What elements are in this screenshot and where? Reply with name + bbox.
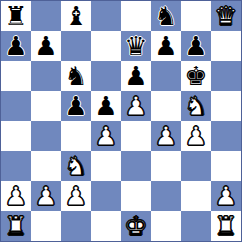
piece-white-pawn[interactable]: ♟: [124, 91, 147, 121]
piece-black-bishop[interactable]: ♝: [64, 1, 87, 31]
square-a1[interactable]: ♜: [1, 211, 31, 241]
square-g2[interactable]: [181, 181, 211, 211]
square-c4[interactable]: [61, 121, 91, 151]
square-g1[interactable]: [181, 211, 211, 241]
square-e1[interactable]: ♚: [121, 211, 151, 241]
piece-white-pawn[interactable]: ♟: [64, 181, 87, 211]
square-f4[interactable]: ♟: [151, 121, 181, 151]
square-b3[interactable]: [31, 151, 61, 181]
square-b8[interactable]: [31, 1, 61, 31]
square-d7[interactable]: [91, 31, 121, 61]
square-b2[interactable]: ♟: [31, 181, 61, 211]
piece-white-rook[interactable]: ♜: [214, 211, 237, 241]
square-a4[interactable]: [1, 121, 31, 151]
square-g3[interactable]: [181, 151, 211, 181]
square-h2[interactable]: ♟: [211, 181, 241, 211]
square-b1[interactable]: [31, 211, 61, 241]
piece-black-knight[interactable]: ♞: [64, 61, 87, 91]
piece-black-rook[interactable]: ♜: [4, 1, 27, 31]
square-h1[interactable]: ♜: [211, 211, 241, 241]
square-g4[interactable]: ♟: [181, 121, 211, 151]
piece-white-pawn[interactable]: ♟: [184, 121, 207, 151]
square-e7[interactable]: ♛: [121, 31, 151, 61]
square-f3[interactable]: [151, 151, 181, 181]
piece-white-knight[interactable]: ♞: [64, 151, 87, 181]
square-g5[interactable]: ♞: [181, 91, 211, 121]
piece-white-pawn[interactable]: ♟: [4, 181, 27, 211]
square-d2[interactable]: [91, 181, 121, 211]
square-e8[interactable]: [121, 1, 151, 31]
square-d5[interactable]: ♟: [91, 91, 121, 121]
square-c3[interactable]: ♞: [61, 151, 91, 181]
piece-white-pawn[interactable]: ♟: [94, 121, 117, 151]
square-c6[interactable]: ♞: [61, 61, 91, 91]
square-b7[interactable]: ♟: [31, 31, 61, 61]
square-a2[interactable]: ♟: [1, 181, 31, 211]
square-h7[interactable]: [211, 31, 241, 61]
square-b6[interactable]: [31, 61, 61, 91]
piece-white-pawn[interactable]: ♟: [34, 181, 57, 211]
square-c7[interactable]: [61, 31, 91, 61]
piece-black-king[interactable]: ♚: [184, 61, 207, 91]
square-a3[interactable]: [1, 151, 31, 181]
square-c1[interactable]: [61, 211, 91, 241]
square-g6[interactable]: ♚: [181, 61, 211, 91]
piece-black-knight[interactable]: ♞: [154, 1, 177, 31]
square-g8[interactable]: [181, 1, 211, 31]
square-h8[interactable]: ♛: [211, 1, 241, 31]
piece-black-pawn[interactable]: ♟: [154, 31, 177, 61]
piece-black-pawn[interactable]: ♟: [34, 31, 57, 61]
piece-black-pawn[interactable]: ♟: [64, 91, 87, 121]
piece-black-pawn[interactable]: ♟: [4, 31, 27, 61]
square-d4[interactable]: ♟: [91, 121, 121, 151]
square-h6[interactable]: [211, 61, 241, 91]
square-b5[interactable]: [31, 91, 61, 121]
square-f8[interactable]: ♞: [151, 1, 181, 31]
square-d6[interactable]: [91, 61, 121, 91]
piece-black-pawn[interactable]: ♟: [124, 61, 147, 91]
square-f5[interactable]: [151, 91, 181, 121]
square-d1[interactable]: [91, 211, 121, 241]
square-f2[interactable]: [151, 181, 181, 211]
square-f1[interactable]: [151, 211, 181, 241]
piece-black-pawn[interactable]: ♟: [94, 91, 117, 121]
square-a7[interactable]: ♟: [1, 31, 31, 61]
square-g7[interactable]: ♟: [181, 31, 211, 61]
piece-white-king[interactable]: ♚: [124, 211, 147, 241]
piece-white-knight[interactable]: ♞: [184, 91, 207, 121]
piece-black-pawn[interactable]: ♟: [184, 31, 207, 61]
chess-board: ♜♝♞♛♟♟♛♟♟♞♟♚♟♟♟♞♟♟♟♞♟♟♟♟♜♚♜: [0, 0, 242, 242]
piece-white-pawn[interactable]: ♟: [214, 181, 237, 211]
square-c5[interactable]: ♟: [61, 91, 91, 121]
piece-black-queen[interactable]: ♛: [124, 31, 147, 61]
square-f7[interactable]: ♟: [151, 31, 181, 61]
square-e2[interactable]: [121, 181, 151, 211]
square-a8[interactable]: ♜: [1, 1, 31, 31]
square-a5[interactable]: [1, 91, 31, 121]
square-h3[interactable]: [211, 151, 241, 181]
piece-white-pawn[interactable]: ♟: [154, 121, 177, 151]
square-e5[interactable]: ♟: [121, 91, 151, 121]
piece-white-queen[interactable]: ♛: [214, 1, 237, 31]
square-e4[interactable]: [121, 121, 151, 151]
square-b4[interactable]: [31, 121, 61, 151]
square-e3[interactable]: [121, 151, 151, 181]
square-h4[interactable]: [211, 121, 241, 151]
square-d3[interactable]: [91, 151, 121, 181]
piece-white-rook[interactable]: ♜: [4, 211, 27, 241]
square-a6[interactable]: [1, 61, 31, 91]
square-c8[interactable]: ♝: [61, 1, 91, 31]
square-e6[interactable]: ♟: [121, 61, 151, 91]
square-d8[interactable]: [91, 1, 121, 31]
square-h5[interactable]: [211, 91, 241, 121]
square-f6[interactable]: [151, 61, 181, 91]
square-c2[interactable]: ♟: [61, 181, 91, 211]
